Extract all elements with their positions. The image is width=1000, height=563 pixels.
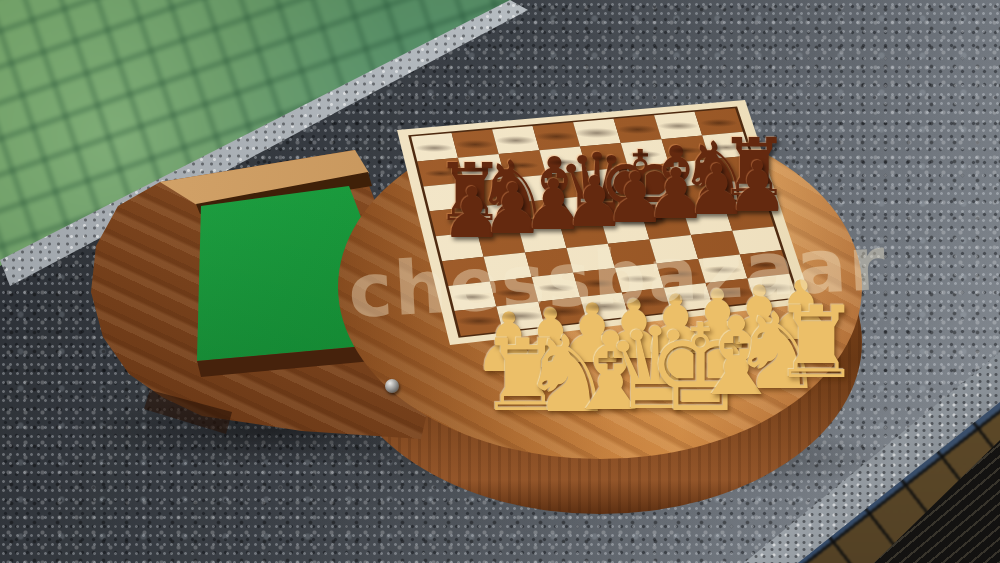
scene-pool-side-chess-set: ♜♞♝♛♚♝♞♜♟♟♟♟♟♟♟♟♟♟♟♟♟♟♟♟♜♞♝♛♚♝♞♜ chessba… [0,0,1000,563]
piece-glyph: ♟ [726,152,789,222]
